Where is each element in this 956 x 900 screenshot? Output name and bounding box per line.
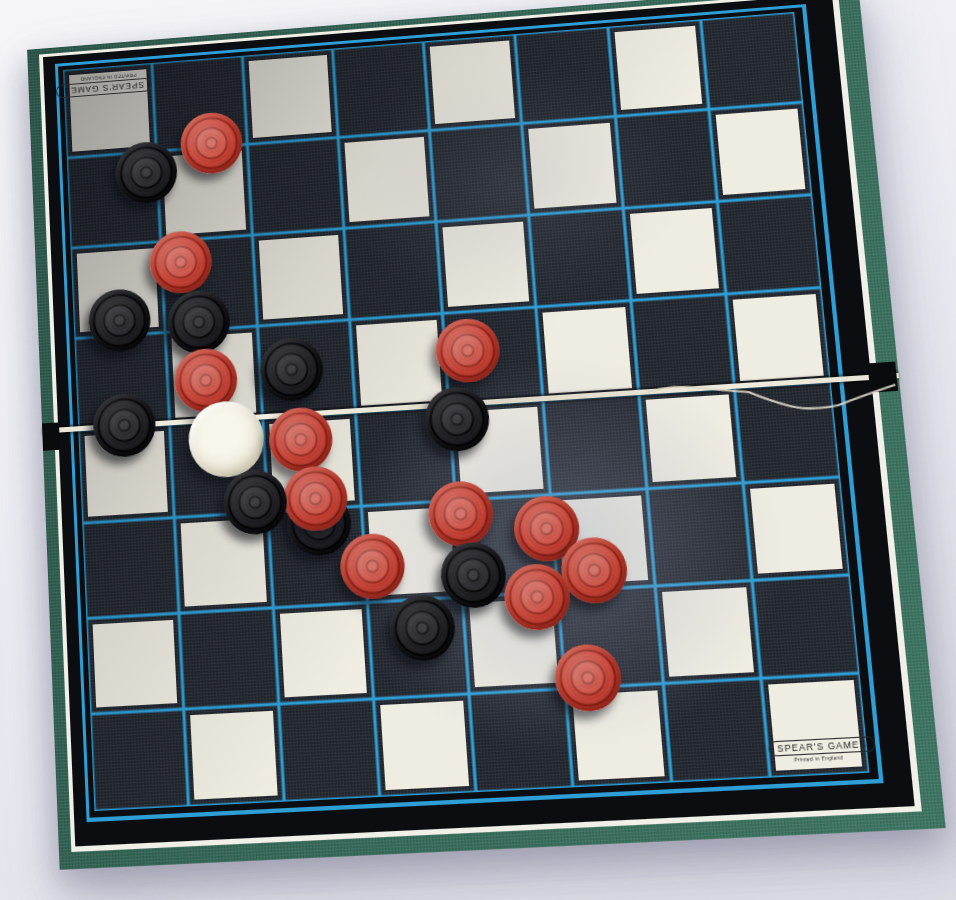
black-checker-r3c1[interactable] [87,288,152,354]
black-checker-r2c1[interactable] [115,140,179,205]
black-checker-r5c2[interactable] [221,469,288,537]
red-checker-r4c5[interactable] [434,317,502,385]
board-black-margin: SPEAR'S GAMES PRINTED IN ENGLAND SPEAR'S… [43,0,915,846]
black-checker-r4c3[interactable] [258,336,325,403]
black-checker-r4c1[interactable] [91,392,156,459]
black-checker-r5c5[interactable] [423,385,492,453]
pieces-layer [63,12,869,811]
red-checker-r5c3[interactable] [267,406,334,474]
board-blue-frame: SPEAR'S GAMES PRINTED IN ENGLAND SPEAR'S… [55,4,884,822]
board-cloth-edge: SPEAR'S GAMES PRINTED IN ENGLAND SPEAR'S… [27,0,946,870]
red-checker-r6c5[interactable] [426,480,495,549]
playing-area: SPEAR'S GAMES PRINTED IN ENGLAND SPEAR'S… [63,12,869,811]
red-checker-r3c2[interactable] [149,229,214,295]
checkers-board: SPEAR'S GAMES PRINTED IN ENGLAND SPEAR'S… [27,0,946,870]
photo-scene: SPEAR'S GAMES PRINTED IN ENGLAND SPEAR'S… [0,0,956,900]
hinge-tape-right [867,362,898,393]
black-checker-r6c5[interactable] [439,541,508,610]
board-paper-rim: SPEAR'S GAMES PRINTED IN ENGLAND SPEAR'S… [39,0,922,852]
black-checker-r7c4[interactable] [388,593,457,662]
red-checker-r7c6[interactable] [553,642,624,712]
hinge-tape-left [42,422,60,450]
red-checker-r6c4[interactable] [338,532,406,601]
red-checker-r1c2[interactable] [179,110,244,175]
black-checker-r3c2[interactable] [166,288,231,355]
